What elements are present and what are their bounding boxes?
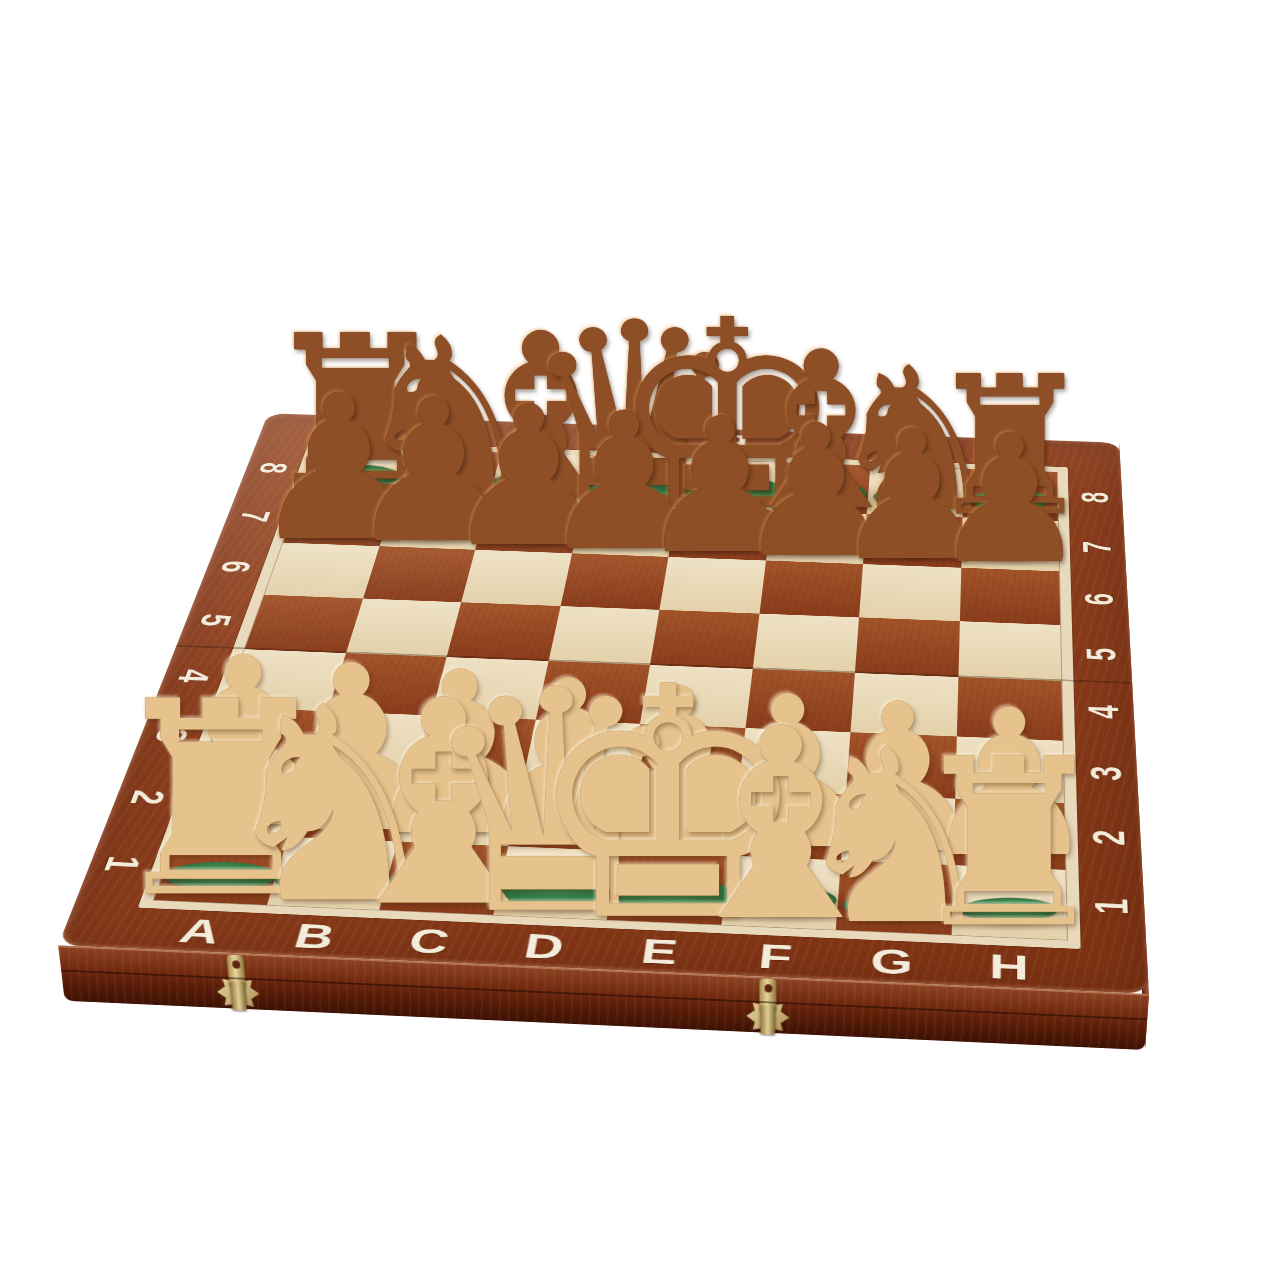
black-pawn[interactable]: ♟ [931, 412, 1089, 589]
clasp-latch [230, 982, 247, 1011]
chess-set-photo: AABBCCDDEEFFGGHH1122334455667788 ♜♞♝♛♚♝♞… [0, 0, 1280, 1280]
rank-label-right-5: 5 [1078, 647, 1126, 662]
brass-clasp-left [210, 954, 264, 1015]
clasp-latch [760, 1006, 775, 1035]
white-rook[interactable]: ♜ [905, 729, 1113, 961]
